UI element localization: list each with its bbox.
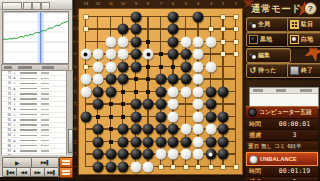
white-territory-label: 白地 <box>301 35 313 44</box>
column-label: 2 <box>220 2 226 6</box>
jump-to-start-button[interactable]: ▐◀◀ <box>2 167 17 177</box>
white-territory-marker <box>221 165 225 169</box>
black-captures-label: 捕虜 <box>246 131 271 140</box>
edit-stones-icon <box>249 52 256 59</box>
black-stone-icon <box>249 35 258 44</box>
white-stone <box>105 61 116 72</box>
black-territory-marker <box>109 140 113 144</box>
white-territory-marker <box>209 27 213 31</box>
dead-white-stone <box>143 49 154 60</box>
black-stone <box>180 61 191 72</box>
black-stone <box>205 99 216 110</box>
black-stone <box>130 11 141 22</box>
black-territory-marker <box>171 65 175 69</box>
black-move-icon: ● <box>13 139 17 142</box>
move-list[interactable]: 72○73●74○75●76○77●78○79●80○81●82○83●84○8… <box>1 70 68 156</box>
white-captures-label: 捕虜 <box>246 178 271 181</box>
white-move-icon: ○ <box>13 144 17 147</box>
whole-board-label: 全局 <box>258 20 270 29</box>
black-stone <box>105 86 116 97</box>
white-time-value: 00:01:19 <box>271 167 318 175</box>
black-captures-row: 捕虜 3 <box>246 130 318 141</box>
black-territory-marker <box>96 115 100 119</box>
white-stone <box>193 99 204 110</box>
black-stone <box>155 99 166 110</box>
column-label: 13 <box>83 2 89 6</box>
analysis-toolbar <box>0 0 72 10</box>
black-player-bar: コンピューター五段 <box>246 106 318 119</box>
white-stone <box>168 99 179 110</box>
game-info-panel: コンピューター五段 時間 00:00:01 捕虜 3 置石 無し コミ 6目半 … <box>246 106 318 180</box>
scrollbar-thumb[interactable] <box>68 129 73 153</box>
whole-board-button[interactable]: 全局 <box>246 17 291 32</box>
black-stone <box>205 111 216 122</box>
black-stone <box>93 149 104 160</box>
white-time-label: 時間 <box>246 167 271 176</box>
black-stone <box>130 111 141 122</box>
black-stone <box>143 136 154 147</box>
black-stone <box>105 74 116 85</box>
jump-to-end-button[interactable]: ▶▶▌ <box>44 167 59 177</box>
end-game-button[interactable]: 終了 <box>287 63 320 78</box>
white-stone <box>118 36 129 47</box>
black-stone <box>118 161 129 172</box>
white-stone <box>130 161 141 172</box>
black-stone <box>130 99 141 110</box>
game-setup-row: 置石 無し コミ 6目半 <box>246 141 318 152</box>
white-territory-marker <box>221 52 225 56</box>
black-stone <box>118 149 129 160</box>
forward-button[interactable]: ▶▶ <box>30 167 45 177</box>
black-stone <box>180 74 191 85</box>
black-stone <box>143 124 154 135</box>
black-move-icon: ● <box>13 118 17 121</box>
playback-controls: ▶ ▶▶▌ ▐◀◀ ◀◀ ▶▶ ▶▶▌ <box>0 155 72 177</box>
black-stone <box>205 136 216 147</box>
column-label: 1 <box>233 2 239 6</box>
black-stone <box>143 149 154 160</box>
black-stone <box>130 124 141 135</box>
column-label: 10 <box>120 2 126 6</box>
white-territory-marker <box>84 65 88 69</box>
white-territory-marker <box>84 27 88 31</box>
komi-label: コミ <box>274 143 285 150</box>
black-stone <box>168 136 179 147</box>
black-move-icon: ● <box>13 87 17 90</box>
white-territory-marker <box>221 15 225 19</box>
white-territory-marker <box>184 165 188 169</box>
black-stone-icon <box>248 108 257 117</box>
white-stone <box>193 86 204 97</box>
end-icon <box>290 66 299 75</box>
black-stone <box>155 86 166 97</box>
black-stone <box>118 74 129 85</box>
white-stone <box>180 149 191 160</box>
white-stone <box>193 36 204 47</box>
black-stone <box>218 86 229 97</box>
handicap-label: 置石 <box>248 143 259 150</box>
dead-marker-dot <box>146 52 150 56</box>
toolbar-button[interactable] <box>41 2 50 10</box>
black-stone <box>118 124 129 135</box>
black-territory-marker <box>134 90 138 94</box>
black-stone <box>130 24 141 35</box>
white-stone <box>193 49 204 60</box>
handicap-value: 無し <box>261 143 272 150</box>
white-territory-marker <box>234 27 238 31</box>
dame-button[interactable]: 駄目 <box>287 17 320 32</box>
black-territory-marker <box>146 65 150 69</box>
white-stone <box>93 49 104 60</box>
black-stone <box>168 49 179 60</box>
toolbar-button[interactable] <box>23 2 32 10</box>
end-label: 終了 <box>301 66 313 75</box>
black-stone <box>130 49 141 60</box>
undo-arrow-icon: ↺ <box>249 67 256 74</box>
grid-icon <box>290 20 299 29</box>
white-territory-marker <box>84 15 88 19</box>
white-stone <box>155 149 166 160</box>
black-stone <box>130 61 141 72</box>
white-stone <box>205 61 216 72</box>
white-stone <box>168 86 179 97</box>
white-territory-marker <box>196 165 200 169</box>
black-stone <box>130 149 141 160</box>
black-stone <box>168 74 179 85</box>
back-button[interactable]: ◀◀ <box>16 167 31 177</box>
white-stone <box>205 124 216 135</box>
black-stone <box>143 99 154 110</box>
white-stone <box>193 149 204 160</box>
white-stone <box>193 61 204 72</box>
black-stone <box>168 11 179 22</box>
move-list-scrollbar[interactable] <box>66 70 73 156</box>
column-label: 11 <box>108 2 114 6</box>
column-label: 12 <box>95 2 101 6</box>
white-move-icon: ○ <box>13 103 17 106</box>
white-stone <box>193 111 204 122</box>
black-stone <box>93 124 104 135</box>
black-stone <box>105 149 116 160</box>
white-player-bar: UNBALANCE <box>246 152 318 166</box>
black-stone <box>93 136 104 147</box>
black-territory-marker <box>109 115 113 119</box>
black-stone <box>118 61 129 72</box>
white-territory-marker <box>171 165 175 169</box>
undo-label: 待った <box>258 66 276 75</box>
black-time-row: 時間 00:00:01 <box>246 119 318 130</box>
white-stone <box>93 61 104 72</box>
black-move-icon: ● <box>13 149 17 152</box>
column-label: 3 <box>208 2 214 6</box>
black-time-value: 00:00:01 <box>271 120 318 128</box>
black-stone <box>155 111 166 122</box>
column-label: 6 <box>170 2 176 6</box>
black-stone <box>118 136 129 147</box>
white-stone <box>105 36 116 47</box>
white-stone <box>193 124 204 135</box>
white-stone <box>105 49 116 60</box>
black-stone <box>168 124 179 135</box>
white-stone <box>180 124 191 135</box>
black-stone <box>93 99 104 110</box>
black-stone <box>218 124 229 135</box>
black-stone <box>193 11 204 22</box>
black-territory-marker <box>121 115 125 119</box>
white-stone <box>118 49 129 60</box>
white-territory-marker <box>159 165 163 169</box>
column-label: 9 <box>133 2 139 6</box>
black-time-label: 時間 <box>246 120 271 129</box>
black-move-icon: ● <box>13 108 17 111</box>
evaluation-graph-svg <box>3 12 68 63</box>
mode-title: 通常モード <box>251 3 301 16</box>
black-stone <box>155 124 166 135</box>
white-captures-value: 3 <box>271 178 318 180</box>
white-stone-icon <box>249 155 258 164</box>
variation-list-panel <box>249 87 319 108</box>
toolbar-button[interactable] <box>32 2 41 10</box>
black-territory-label: 黒地 <box>260 35 272 44</box>
black-stone <box>80 111 91 122</box>
white-captures-row: 捕虜 3 <box>246 177 318 180</box>
white-stone <box>80 86 91 97</box>
black-stone <box>180 136 191 147</box>
black-stone <box>180 49 191 60</box>
white-move-icon: ○ <box>13 134 17 137</box>
black-move-icon: ● <box>13 97 17 100</box>
black-stone <box>130 36 141 47</box>
toolbar-dropdown[interactable] <box>2 2 22 10</box>
undo-button[interactable]: ↺ 待った <box>246 63 291 78</box>
white-territory-marker <box>234 40 238 44</box>
white-stone <box>180 36 191 47</box>
white-move-icon: ○ <box>13 92 17 95</box>
white-stone <box>193 136 204 147</box>
black-stone <box>155 136 166 147</box>
last-move-black-stone <box>205 149 216 160</box>
white-time-row: 時間 00:01:19 <box>246 166 318 177</box>
edit-label: 編集 <box>258 51 270 60</box>
white-stone <box>168 149 179 160</box>
white-territory-marker <box>234 15 238 19</box>
stones-icon <box>249 21 256 28</box>
black-territory-marker <box>159 52 163 56</box>
black-stone <box>168 36 179 47</box>
column-label: 4 <box>195 2 201 6</box>
white-territory-marker <box>234 165 238 169</box>
white-territory-marker <box>234 52 238 56</box>
variation-list-header <box>250 88 318 94</box>
black-move-icon: ● <box>13 129 17 132</box>
black-stone <box>218 111 229 122</box>
black-stone <box>130 136 141 147</box>
black-stone <box>118 24 129 35</box>
black-stone <box>93 86 104 97</box>
white-territory-marker <box>221 27 225 31</box>
white-stone <box>80 74 91 85</box>
white-territory-button[interactable]: 白地 <box>287 32 320 47</box>
white-stone <box>93 74 104 85</box>
white-stone-icon <box>290 35 299 44</box>
white-stone <box>143 161 154 172</box>
black-territory-marker <box>121 90 125 94</box>
dead-white-stone <box>80 49 91 60</box>
black-territory-marker <box>146 90 150 94</box>
black-territory-marker <box>146 40 150 44</box>
black-territory-marker <box>109 127 113 131</box>
black-stone <box>105 161 116 172</box>
black-territory-marker <box>121 102 125 106</box>
black-territory-marker <box>146 77 150 81</box>
black-stone <box>93 161 104 172</box>
white-stone <box>205 36 216 47</box>
help-button[interactable]: ? <box>304 2 317 15</box>
black-stone <box>205 86 216 97</box>
komi-value: 6目半 <box>287 143 301 150</box>
last-move-marker <box>209 152 213 156</box>
black-move-icon: ● <box>13 77 17 80</box>
black-stone <box>168 24 179 35</box>
black-stone <box>155 74 166 85</box>
black-territory-marker <box>134 77 138 81</box>
white-player-name: UNBALANCE <box>260 156 297 162</box>
column-label: 8 <box>145 2 151 6</box>
white-move-icon: ○ <box>13 113 17 116</box>
dame-label: 駄目 <box>301 20 313 29</box>
white-move-icon: ○ <box>13 71 17 74</box>
dead-marker-dot <box>84 52 88 56</box>
black-captures-value: 3 <box>271 131 318 139</box>
orange-option-button-bottom[interactable] <box>59 167 73 178</box>
column-label: 7 <box>158 2 164 6</box>
column-label: 5 <box>183 2 189 6</box>
black-territory-button[interactable]: 黒地 <box>246 32 291 47</box>
evaluation-graph <box>2 11 69 64</box>
black-stone <box>218 136 229 147</box>
black-territory-marker <box>159 65 163 69</box>
white-stone <box>193 74 204 85</box>
white-stone <box>180 86 191 97</box>
white-move-icon: ○ <box>13 82 17 85</box>
analysis-window: 72○73●74○75●76○77●78○79●80○81●82○83●84○8… <box>0 0 73 177</box>
black-player-name: コンピューター五段 <box>259 108 312 117</box>
edit-button[interactable]: 編集 <box>246 48 291 63</box>
white-move-icon: ○ <box>13 123 17 126</box>
black-territory-marker <box>109 102 113 106</box>
white-stone <box>168 111 179 122</box>
app-background: 13121110987654321十三十二十一十九八七六五四三二一 通常モード … <box>0 0 320 180</box>
white-territory-marker <box>221 40 225 44</box>
white-territory-marker <box>209 165 213 169</box>
black-stone <box>218 149 229 160</box>
